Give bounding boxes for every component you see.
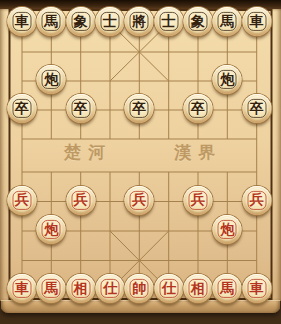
piece-glyph: 兵: [242, 185, 271, 214]
piece-glyph: 將: [125, 7, 154, 36]
piece-glyph: 炮: [37, 215, 66, 244]
piece-black-cannon[interactable]: 炮: [213, 65, 242, 94]
piece-red-soldier[interactable]: 兵: [8, 185, 37, 214]
piece-black-chariot[interactable]: 車: [8, 7, 37, 36]
piece-glyph: 兵: [125, 185, 154, 214]
piece-red-advisor[interactable]: 仕: [96, 274, 125, 303]
piece-black-soldier[interactable]: 卒: [184, 94, 213, 123]
piece-glyph: 象: [184, 7, 213, 36]
piece-glyph: 卒: [242, 94, 271, 123]
river-label-han-jie: 漢界: [174, 141, 222, 164]
piece-red-soldier[interactable]: 兵: [242, 185, 271, 214]
piece-glyph: 士: [154, 7, 183, 36]
piece-glyph: 相: [184, 274, 213, 303]
piece-red-soldier[interactable]: 兵: [184, 185, 213, 214]
piece-red-advisor[interactable]: 仕: [154, 274, 183, 303]
piece-glyph: 馬: [37, 7, 66, 36]
piece-glyph: 炮: [37, 65, 66, 94]
piece-glyph: 兵: [184, 185, 213, 214]
piece-glyph: 車: [8, 274, 37, 303]
piece-glyph: 帥: [125, 274, 154, 303]
piece-black-advisor[interactable]: 士: [154, 7, 183, 36]
piece-black-horse[interactable]: 馬: [37, 7, 66, 36]
piece-black-soldier[interactable]: 卒: [8, 94, 37, 123]
piece-glyph: 卒: [66, 94, 95, 123]
piece-red-general[interactable]: 帥: [125, 274, 154, 303]
piece-glyph: 仕: [154, 274, 183, 303]
piece-glyph: 馬: [37, 274, 66, 303]
river-label-chu-he: 楚河: [64, 141, 112, 164]
piece-red-horse[interactable]: 馬: [213, 274, 242, 303]
piece-red-soldier[interactable]: 兵: [125, 185, 154, 214]
piece-black-soldier[interactable]: 卒: [242, 94, 271, 123]
piece-glyph: 卒: [125, 94, 154, 123]
piece-glyph: 卒: [184, 94, 213, 123]
piece-glyph: 兵: [66, 185, 95, 214]
piece-glyph: 車: [242, 274, 271, 303]
piece-red-elephant[interactable]: 相: [66, 274, 95, 303]
piece-red-elephant[interactable]: 相: [184, 274, 213, 303]
piece-black-elephant[interactable]: 象: [66, 7, 95, 36]
piece-red-cannon[interactable]: 炮: [37, 215, 66, 244]
piece-glyph: 炮: [213, 65, 242, 94]
piece-glyph: 仕: [96, 274, 125, 303]
piece-glyph: 相: [66, 274, 95, 303]
piece-red-cannon[interactable]: 炮: [213, 215, 242, 244]
piece-black-chariot[interactable]: 車: [242, 7, 271, 36]
piece-glyph: 象: [66, 7, 95, 36]
piece-black-soldier[interactable]: 卒: [66, 94, 95, 123]
piece-glyph: 馬: [213, 7, 242, 36]
piece-red-horse[interactable]: 馬: [37, 274, 66, 303]
piece-glyph: 兵: [8, 185, 37, 214]
piece-glyph: 馬: [213, 274, 242, 303]
piece-red-soldier[interactable]: 兵: [66, 185, 95, 214]
xiangqi-board: 楚河 漢界 車馬象士將士象馬車炮炮卒卒卒卒卒兵兵兵兵兵炮炮車馬相仕帥仕相馬車: [0, 0, 281, 324]
piece-black-horse[interactable]: 馬: [213, 7, 242, 36]
piece-red-chariot[interactable]: 車: [8, 274, 37, 303]
piece-glyph: 車: [8, 7, 37, 36]
piece-black-soldier[interactable]: 卒: [125, 94, 154, 123]
piece-glyph: 車: [242, 7, 271, 36]
piece-black-elephant[interactable]: 象: [184, 7, 213, 36]
piece-glyph: 士: [96, 7, 125, 36]
piece-black-advisor[interactable]: 士: [96, 7, 125, 36]
piece-red-chariot[interactable]: 車: [242, 274, 271, 303]
piece-black-general[interactable]: 將: [125, 7, 154, 36]
piece-glyph: 卒: [8, 94, 37, 123]
piece-glyph: 炮: [213, 215, 242, 244]
piece-black-cannon[interactable]: 炮: [37, 65, 66, 94]
